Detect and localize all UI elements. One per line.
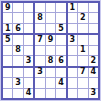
cell-r6c5-given-8[interactable]: 8 — [46, 56, 55, 65]
cell-r6c7-empty[interactable] — [68, 56, 77, 65]
cell-r5c9-empty[interactable] — [89, 46, 98, 55]
cell-r9c6-empty[interactable] — [56, 89, 65, 98]
cell-r2c4-given-8[interactable]: 8 — [35, 13, 44, 22]
cell-r6c3-given-3[interactable]: 3 — [24, 56, 33, 65]
cell-r6c8-empty[interactable] — [78, 56, 87, 65]
cell-r3c3-empty[interactable] — [24, 24, 33, 33]
cell-r4c4-given-7[interactable]: 7 — [35, 35, 44, 44]
cell-r1c4-empty[interactable] — [35, 3, 44, 12]
sudoku-board-frame: 916851258379863123434743 — [0, 0, 101, 101]
sudoku-box-9: 743 — [68, 68, 98, 98]
cell-r8c2-given-3[interactable]: 3 — [13, 78, 22, 87]
cell-r6c6-given-6[interactable]: 6 — [56, 56, 65, 65]
cell-r9c1-empty[interactable] — [3, 89, 12, 98]
cell-r2c2-empty[interactable] — [13, 13, 22, 22]
cell-r8c9-empty[interactable] — [89, 78, 98, 87]
cell-r4c2-empty[interactable] — [13, 35, 22, 44]
cell-r9c9-given-3[interactable]: 3 — [89, 89, 98, 98]
cell-r2c9-empty[interactable] — [89, 13, 98, 22]
cell-r8c3-empty[interactable] — [24, 78, 33, 87]
sudoku-box-8: 34 — [35, 68, 65, 98]
cell-r8c1-empty[interactable] — [3, 78, 12, 87]
cell-r2c6-empty[interactable] — [56, 13, 65, 22]
cell-r7c5-empty[interactable] — [46, 68, 55, 77]
cell-r5c3-empty[interactable] — [24, 46, 33, 55]
cell-r6c2-empty[interactable] — [13, 56, 22, 65]
cell-r2c1-empty[interactable] — [3, 13, 12, 22]
cell-r3c6-given-5[interactable]: 5 — [56, 24, 65, 33]
cell-r7c2-empty[interactable] — [13, 68, 22, 77]
cell-r4c7-given-3[interactable]: 3 — [68, 35, 77, 44]
cell-r7c1-empty[interactable] — [3, 68, 12, 77]
cell-r3c4-empty[interactable] — [35, 24, 44, 33]
cell-r5c4-empty[interactable] — [35, 46, 44, 55]
cell-r1c3-empty[interactable] — [24, 3, 33, 12]
cell-r9c2-empty[interactable] — [13, 89, 22, 98]
sudoku-box-2: 85 — [35, 3, 65, 33]
cell-r6c4-empty[interactable] — [35, 56, 44, 65]
cell-r4c5-given-9[interactable]: 9 — [46, 35, 55, 44]
cell-r9c8-empty[interactable] — [78, 89, 87, 98]
sudoku-board: 916851258379863123434743 — [1, 1, 100, 100]
cell-r5c1-empty[interactable] — [3, 46, 12, 55]
sudoku-box-3: 12 — [68, 3, 98, 33]
cell-r1c8-empty[interactable] — [78, 3, 87, 12]
cell-r1c2-empty[interactable] — [13, 3, 22, 12]
cell-r2c7-empty[interactable] — [68, 13, 77, 22]
cell-r9c7-empty[interactable] — [68, 89, 77, 98]
cell-r3c8-empty[interactable] — [78, 24, 87, 33]
sudoku-box-6: 312 — [68, 35, 98, 65]
cell-r1c1-given-9[interactable]: 9 — [3, 3, 12, 12]
cell-r2c8-given-2[interactable]: 2 — [78, 13, 87, 22]
cell-r5c6-empty[interactable] — [56, 46, 65, 55]
cell-r5c8-given-1[interactable]: 1 — [78, 46, 87, 55]
cell-r4c8-empty[interactable] — [78, 35, 87, 44]
sudoku-box-5: 7986 — [35, 35, 65, 65]
cell-r8c4-empty[interactable] — [35, 78, 44, 87]
cell-r5c5-empty[interactable] — [46, 46, 55, 55]
cell-r2c3-empty[interactable] — [24, 13, 33, 22]
cell-r7c4-given-3[interactable]: 3 — [35, 68, 44, 77]
cell-r5c7-empty[interactable] — [68, 46, 77, 55]
cell-r9c4-empty[interactable] — [35, 89, 44, 98]
cell-r8c6-given-4[interactable]: 4 — [56, 78, 65, 87]
sudoku-box-4: 583 — [3, 35, 33, 65]
cell-r1c7-given-1[interactable]: 1 — [68, 3, 77, 12]
sudoku-box-7: 34 — [3, 68, 33, 98]
cell-r7c7-empty[interactable] — [68, 68, 77, 77]
cell-r1c6-empty[interactable] — [56, 3, 65, 12]
cell-r3c2-given-6[interactable]: 6 — [13, 24, 22, 33]
cell-r7c3-empty[interactable] — [24, 68, 33, 77]
sudoku-box-1: 916 — [3, 3, 33, 33]
cell-r9c5-empty[interactable] — [46, 89, 55, 98]
cell-r7c8-given-7[interactable]: 7 — [78, 68, 87, 77]
cell-r4c6-empty[interactable] — [56, 35, 65, 44]
cell-r3c9-empty[interactable] — [89, 24, 98, 33]
cell-r4c1-given-5[interactable]: 5 — [3, 35, 12, 44]
cell-r6c9-given-2[interactable]: 2 — [89, 56, 98, 65]
cell-r1c9-empty[interactable] — [89, 3, 98, 12]
cell-r7c9-given-4[interactable]: 4 — [89, 68, 98, 77]
cell-r8c8-empty[interactable] — [78, 78, 87, 87]
cell-r7c6-empty[interactable] — [56, 68, 65, 77]
cell-r1c5-empty[interactable] — [46, 3, 55, 12]
cell-r3c7-empty[interactable] — [68, 24, 77, 33]
cell-r5c2-given-8[interactable]: 8 — [13, 46, 22, 55]
cell-r9c3-given-4[interactable]: 4 — [24, 89, 33, 98]
cell-r8c5-empty[interactable] — [46, 78, 55, 87]
cell-r3c1-given-1[interactable]: 1 — [3, 24, 12, 33]
cell-r2c5-empty[interactable] — [46, 13, 55, 22]
cell-r4c9-empty[interactable] — [89, 35, 98, 44]
cell-r3c5-empty[interactable] — [46, 24, 55, 33]
cell-r8c7-empty[interactable] — [68, 78, 77, 87]
cell-r4c3-empty[interactable] — [24, 35, 33, 44]
cell-r6c1-empty[interactable] — [3, 56, 12, 65]
